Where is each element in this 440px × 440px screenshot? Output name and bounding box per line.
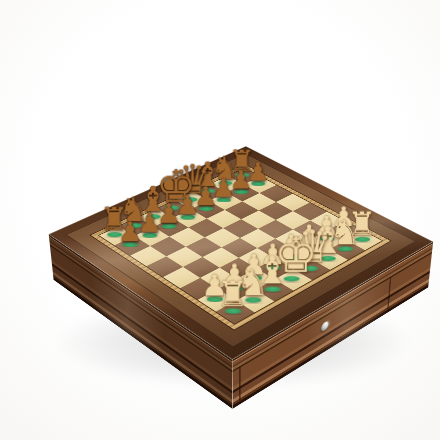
black-pawn-icon: ♟ xyxy=(114,215,146,246)
white-rook-icon: ♜ xyxy=(215,274,250,314)
drawer-knob-icon[interactable] xyxy=(321,320,329,333)
piece-black-pawn[interactable]: ♟ xyxy=(114,215,146,246)
product-photo-stage: ♜♞♝♚♛♝♞♜♟♟♟♟♟♟♟♟♟♟♟♟♟♟♟♟♜♞♝♚♛♝♞♜ xyxy=(0,0,440,440)
drawer-seam xyxy=(387,277,391,309)
piece-white-rook[interactable]: ♜ xyxy=(215,274,250,314)
drawer-seam xyxy=(239,367,241,401)
